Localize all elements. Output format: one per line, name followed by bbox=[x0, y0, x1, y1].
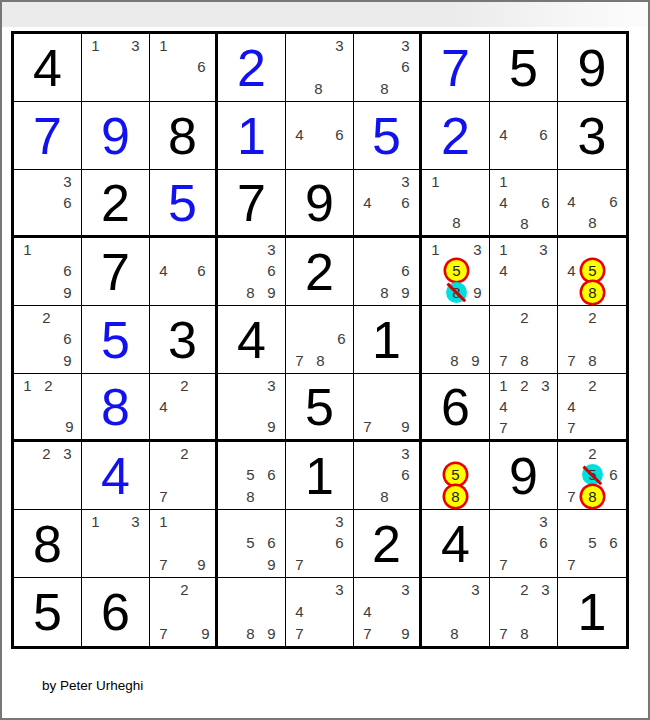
candidate-9: 9 bbox=[261, 623, 282, 644]
candidate-3: 3 bbox=[57, 171, 78, 192]
candidate-3: 3 bbox=[261, 375, 282, 396]
cell-r9c6[interactable]: 3479 bbox=[354, 578, 422, 646]
sudoku-page: 4131623836875979814652463362579346181468… bbox=[0, 0, 650, 720]
pencil-marks: 569 bbox=[218, 510, 285, 577]
cell-r4c8[interactable]: 134 bbox=[490, 238, 558, 306]
pm-slot: 4 bbox=[289, 124, 310, 145]
pm-slot: 2 bbox=[38, 375, 59, 396]
pm-slot: 3 bbox=[329, 511, 350, 532]
pm-slot: 4 bbox=[153, 396, 174, 417]
candidate-8: 8 bbox=[240, 282, 261, 303]
candidate-4: 4 bbox=[153, 396, 174, 417]
cell-r3c2[interactable]: 2 bbox=[82, 170, 150, 238]
pm-slot: 7 bbox=[357, 416, 378, 437]
cell-value-given: 7 bbox=[82, 238, 149, 305]
pm-slot: 7 bbox=[493, 554, 514, 575]
pm-slot: 1 bbox=[425, 171, 446, 192]
cell-r9c5[interactable]: 347 bbox=[286, 578, 354, 646]
candidate-2: 2 bbox=[582, 307, 603, 328]
pencil-marks: 367 bbox=[286, 510, 353, 577]
cell-r8c8[interactable]: 367 bbox=[490, 510, 558, 578]
candidate-2: 2 bbox=[514, 375, 535, 396]
pm-slot: 6 bbox=[261, 532, 282, 553]
cell-r4c9[interactable]: 458 bbox=[558, 238, 626, 306]
cell-r4c5[interactable]: 2 bbox=[286, 238, 354, 306]
pm-slot: 6 bbox=[603, 532, 624, 553]
cell-value-solved: 5 bbox=[354, 102, 419, 169]
candidate-2: 2 bbox=[582, 443, 603, 464]
candidate-9: 9 bbox=[57, 282, 78, 303]
pm-slot: 1 bbox=[153, 511, 174, 532]
candidate-4: 4 bbox=[357, 601, 378, 622]
candidate-8: 8 bbox=[514, 623, 535, 644]
candidate-8-yellow: 8 bbox=[582, 486, 603, 507]
pencil-marks: 39 bbox=[218, 374, 285, 439]
cell-r7c1[interactable]: 23 bbox=[14, 442, 82, 510]
pm-slot: 6 bbox=[57, 328, 78, 349]
candidate-6: 6 bbox=[57, 328, 78, 349]
pm-slot: 3 bbox=[261, 375, 282, 396]
pm-slot: 8 bbox=[444, 350, 465, 371]
candidate-7: 7 bbox=[357, 416, 378, 437]
pencil-marks: 458 bbox=[558, 238, 626, 305]
pm-slot: 3 bbox=[535, 579, 556, 601]
pm-slot: 3 bbox=[395, 35, 416, 56]
cell-r6c1[interactable]: 129 bbox=[14, 374, 82, 442]
cell-r7c4[interactable]: 568 bbox=[218, 442, 286, 510]
pencil-marks: 468 bbox=[558, 170, 626, 235]
candidate-8: 8 bbox=[374, 486, 395, 507]
pm-slot: 1 bbox=[493, 171, 514, 192]
pencil-marks: 38 bbox=[422, 578, 489, 646]
candidate-2: 2 bbox=[38, 375, 59, 396]
cell-r1c2[interactable]: 13 bbox=[82, 34, 150, 102]
cell-r7c2[interactable]: 4 bbox=[82, 442, 150, 510]
pencil-marks: 46 bbox=[490, 102, 557, 169]
pm-slot: 4 bbox=[153, 260, 174, 281]
pm-slot: 1 bbox=[493, 375, 514, 396]
candidate-3: 3 bbox=[533, 239, 554, 260]
candidate-7: 7 bbox=[561, 350, 582, 371]
candidate-9: 9 bbox=[261, 282, 282, 303]
pm-slot: 2 bbox=[514, 307, 535, 328]
pencil-marks: 129 bbox=[14, 374, 81, 439]
pm-slot: 3 bbox=[533, 511, 554, 532]
cell-value-given: 5 bbox=[490, 34, 557, 101]
cell-r8c2[interactable]: 13 bbox=[82, 510, 150, 578]
pencil-marks: 278 bbox=[490, 306, 557, 373]
cell-value-given: 9 bbox=[286, 170, 353, 235]
cell-r8c3[interactable]: 179 bbox=[150, 510, 218, 578]
cell-r6c9[interactable]: 247 bbox=[558, 374, 626, 442]
cell-r8c6[interactable]: 2 bbox=[354, 510, 422, 578]
pm-slot: 8 bbox=[240, 282, 261, 303]
pm-slot: 9 bbox=[467, 282, 488, 303]
pm-slot: 2 bbox=[174, 443, 195, 464]
cell-value-given: 7 bbox=[218, 170, 285, 235]
pm-slot: 9 bbox=[395, 282, 416, 303]
candidate-6: 6 bbox=[603, 532, 624, 553]
candidate-7: 7 bbox=[153, 486, 174, 507]
cell-r2c3[interactable]: 8 bbox=[150, 102, 218, 170]
candidate-6: 6 bbox=[395, 464, 416, 485]
candidate-4: 4 bbox=[493, 396, 514, 417]
cell-value-given: 2 bbox=[354, 510, 419, 577]
cell-r2c1[interactable]: 7 bbox=[14, 102, 82, 170]
cell-r7c7[interactable]: 58 bbox=[422, 442, 490, 510]
cell-r3c3[interactable]: 5 bbox=[150, 170, 218, 238]
cell-r8c7[interactable]: 4 bbox=[422, 510, 490, 578]
cell-value-given: 6 bbox=[82, 578, 149, 646]
cell-r6c7[interactable]: 6 bbox=[422, 374, 490, 442]
candidate-8: 8 bbox=[444, 350, 465, 371]
pm-slot: 3 bbox=[57, 443, 78, 464]
pencil-marks: 247 bbox=[558, 374, 626, 439]
candidate-3: 3 bbox=[125, 35, 146, 56]
candidate-8: 8 bbox=[514, 350, 535, 371]
cell-r5c5[interactable]: 678 bbox=[286, 306, 354, 374]
pm-slot: 6 bbox=[395, 260, 416, 281]
pm-slot: 5 bbox=[445, 464, 466, 485]
pm-slot: 5 bbox=[446, 260, 467, 281]
pm-slot: 4 bbox=[493, 260, 514, 281]
candidate-7: 7 bbox=[289, 350, 310, 371]
pencil-marks: 13 bbox=[82, 510, 149, 577]
cell-r2c9[interactable]: 3 bbox=[558, 102, 626, 170]
candidate-7: 7 bbox=[493, 417, 514, 438]
pm-slot: 6 bbox=[395, 192, 416, 213]
pencil-marks: 89 bbox=[218, 578, 285, 646]
cell-r5c7[interactable]: 89 bbox=[422, 306, 490, 374]
cell-value-solved: 1 bbox=[218, 102, 285, 169]
candidate-9: 9 bbox=[395, 416, 416, 437]
cell-r6c8[interactable]: 12347 bbox=[490, 374, 558, 442]
candidate-6: 6 bbox=[329, 124, 350, 145]
pm-slot: 5 bbox=[582, 260, 603, 281]
candidate-6: 6 bbox=[191, 260, 212, 281]
pencil-marks: 89 bbox=[422, 306, 489, 373]
candidate-8: 8 bbox=[308, 78, 329, 99]
pm-slot: 1 bbox=[493, 239, 514, 260]
cell-r6c6[interactable]: 79 bbox=[354, 374, 422, 442]
candidate-3: 3 bbox=[533, 511, 554, 532]
cell-value-given: 2 bbox=[286, 238, 353, 305]
pm-slot: 7 bbox=[289, 350, 310, 371]
pm-slot: 2 bbox=[36, 307, 57, 328]
pencil-marks: 16 bbox=[150, 34, 215, 101]
cell-r4c7[interactable]: 13589 bbox=[422, 238, 490, 306]
pm-slot: 2 bbox=[514, 579, 535, 601]
author-credit: by Peter Urheghi bbox=[42, 678, 143, 693]
candidate-6: 6 bbox=[261, 464, 282, 485]
cell-r5c6[interactable]: 1 bbox=[354, 306, 422, 374]
cell-r9c3[interactable]: 279 bbox=[150, 578, 218, 646]
pm-slot: 8 bbox=[444, 622, 465, 644]
candidate-2: 2 bbox=[514, 307, 535, 328]
pencil-marks: 367 bbox=[490, 510, 557, 577]
cell-value-given: 8 bbox=[14, 510, 81, 577]
pm-slot: 9 bbox=[57, 350, 78, 371]
cell-r8c4[interactable]: 569 bbox=[218, 510, 286, 578]
candidate-6: 6 bbox=[261, 260, 282, 281]
candidate-3: 3 bbox=[329, 579, 350, 600]
cell-r3c1[interactable]: 36 bbox=[14, 170, 82, 238]
pm-slot: 8 bbox=[582, 486, 603, 507]
cell-r3c4[interactable]: 7 bbox=[218, 170, 286, 238]
cell-r5c9[interactable]: 278 bbox=[558, 306, 626, 374]
pm-slot: 2 bbox=[174, 375, 195, 396]
header-bar bbox=[2, 2, 648, 27]
cell-r1c3[interactable]: 16 bbox=[150, 34, 218, 102]
pencil-marks: 46 bbox=[286, 102, 353, 169]
candidate-8: 8 bbox=[240, 486, 261, 507]
cell-r4c3[interactable]: 46 bbox=[150, 238, 218, 306]
pm-slot: 9 bbox=[191, 554, 212, 575]
pm-slot: 6 bbox=[57, 192, 78, 213]
cell-r1c8[interactable]: 5 bbox=[490, 34, 558, 102]
candidate-4: 4 bbox=[561, 260, 582, 281]
candidate-3: 3 bbox=[261, 239, 282, 260]
pm-slot: 5 bbox=[582, 464, 603, 485]
pm-slot: 1 bbox=[17, 375, 38, 396]
pm-slot: 8 bbox=[374, 282, 395, 303]
cell-r3c9[interactable]: 468 bbox=[558, 170, 626, 238]
pm-slot: 8 bbox=[582, 350, 603, 371]
candidate-8-cyan-strike: 8 bbox=[446, 282, 467, 303]
cell-value-given: 5 bbox=[14, 578, 81, 646]
cell-r1c4[interactable]: 2 bbox=[218, 34, 286, 102]
cell-r9c1[interactable]: 5 bbox=[14, 578, 82, 646]
pm-slot: 2 bbox=[582, 443, 603, 464]
cell-r6c3[interactable]: 24 bbox=[150, 374, 218, 442]
cell-r5c8[interactable]: 278 bbox=[490, 306, 558, 374]
cell-r2c2[interactable]: 9 bbox=[82, 102, 150, 170]
candidate-6: 6 bbox=[535, 192, 556, 213]
cell-r7c6[interactable]: 368 bbox=[354, 442, 422, 510]
candidate-6: 6 bbox=[57, 260, 78, 281]
pencil-marks: 347 bbox=[286, 578, 353, 646]
pm-slot: 6 bbox=[261, 260, 282, 281]
pm-slot: 5 bbox=[240, 532, 261, 553]
cell-r7c3[interactable]: 27 bbox=[150, 442, 218, 510]
candidate-6: 6 bbox=[329, 532, 350, 553]
pm-slot: 2 bbox=[514, 375, 535, 396]
cell-r8c1[interactable]: 8 bbox=[14, 510, 82, 578]
pencil-marks: 368 bbox=[354, 34, 419, 101]
pm-slot: 8 bbox=[308, 78, 329, 99]
pm-slot: 7 bbox=[153, 486, 174, 507]
candidate-6: 6 bbox=[533, 532, 554, 553]
cell-r6c5[interactable]: 5 bbox=[286, 374, 354, 442]
cell-value-solved: 8 bbox=[82, 374, 149, 439]
pm-slot: 8 bbox=[310, 350, 331, 371]
candidate-9: 9 bbox=[467, 282, 488, 303]
cell-r6c2[interactable]: 8 bbox=[82, 374, 150, 442]
cell-r5c2[interactable]: 5 bbox=[82, 306, 150, 374]
cell-r3c6[interactable]: 346 bbox=[354, 170, 422, 238]
cell-r2c8[interactable]: 46 bbox=[490, 102, 558, 170]
pm-slot: 4 bbox=[289, 601, 310, 623]
candidate-3: 3 bbox=[395, 579, 416, 600]
pencil-marks: 279 bbox=[150, 578, 215, 646]
pm-slot: 1 bbox=[85, 35, 106, 56]
candidate-3: 3 bbox=[395, 443, 416, 464]
cell-r9c9[interactable]: 1 bbox=[558, 578, 626, 646]
candidate-6: 6 bbox=[261, 532, 282, 553]
pm-slot: 8 bbox=[514, 350, 535, 371]
candidate-8: 8 bbox=[444, 623, 465, 644]
pm-slot: 8 bbox=[240, 622, 261, 644]
pm-slot: 6 bbox=[329, 532, 350, 553]
candidate-7: 7 bbox=[153, 554, 174, 575]
candidate-2: 2 bbox=[582, 375, 603, 396]
cell-r4c2[interactable]: 7 bbox=[82, 238, 150, 306]
candidate-1: 1 bbox=[85, 35, 106, 56]
pm-slot: 1 bbox=[153, 35, 174, 56]
cell-value-solved: 9 bbox=[82, 102, 149, 169]
pencil-marks: 13 bbox=[82, 34, 149, 101]
cell-r5c1[interactable]: 269 bbox=[14, 306, 82, 374]
candidate-3: 3 bbox=[535, 579, 556, 600]
cell-r1c7[interactable]: 7 bbox=[422, 34, 490, 102]
pm-slot: 6 bbox=[331, 328, 352, 349]
candidate-9: 9 bbox=[465, 350, 486, 371]
cell-value-given: 1 bbox=[354, 306, 419, 373]
cell-r4c1[interactable]: 169 bbox=[14, 238, 82, 306]
pm-slot: 6 bbox=[603, 464, 624, 485]
cell-value-given: 1 bbox=[286, 442, 353, 509]
pm-slot: 7 bbox=[153, 554, 174, 575]
candidate-1: 1 bbox=[85, 511, 106, 532]
pencil-marks: 134 bbox=[490, 238, 557, 305]
cell-r9c4[interactable]: 89 bbox=[218, 578, 286, 646]
pm-slot: 4 bbox=[493, 124, 514, 145]
pm-slot: 9 bbox=[395, 416, 416, 437]
cell-r9c7[interactable]: 38 bbox=[422, 578, 490, 646]
cell-r2c4[interactable]: 1 bbox=[218, 102, 286, 170]
candidate-5-yellow: 5 bbox=[582, 260, 603, 281]
candidate-9: 9 bbox=[195, 623, 216, 644]
candidate-3: 3 bbox=[465, 579, 486, 600]
pencil-marks: 568 bbox=[218, 442, 285, 509]
candidate-8-yellow: 8 bbox=[582, 282, 603, 303]
candidate-3: 3 bbox=[125, 511, 146, 532]
pm-slot: 6 bbox=[395, 464, 416, 485]
candidate-5-yellow: 5 bbox=[446, 260, 467, 281]
pm-slot: 7 bbox=[289, 554, 310, 575]
cell-r1c5[interactable]: 38 bbox=[286, 34, 354, 102]
candidate-4: 4 bbox=[493, 260, 514, 281]
pm-slot: 3 bbox=[261, 239, 282, 260]
pm-slot: 4 bbox=[561, 191, 582, 212]
pm-slot: 7 bbox=[561, 486, 582, 507]
cell-value-solved: 7 bbox=[14, 102, 81, 169]
candidate-8: 8 bbox=[374, 78, 395, 99]
pencil-marks: 179 bbox=[150, 510, 215, 577]
candidate-5: 5 bbox=[240, 532, 261, 553]
pm-slot: 9 bbox=[195, 622, 216, 644]
pm-slot: 7 bbox=[493, 622, 514, 644]
cell-r2c5[interactable]: 46 bbox=[286, 102, 354, 170]
cell-r6c4[interactable]: 39 bbox=[218, 374, 286, 442]
cell-r2c7[interactable]: 2 bbox=[422, 102, 490, 170]
pm-slot: 3 bbox=[467, 239, 488, 260]
cell-r2c6[interactable]: 5 bbox=[354, 102, 422, 170]
candidate-2: 2 bbox=[174, 579, 195, 600]
candidate-4: 4 bbox=[289, 124, 310, 145]
cell-r9c2[interactable]: 6 bbox=[82, 578, 150, 646]
pencil-marks: 36 bbox=[14, 170, 81, 235]
cell-r3c8[interactable]: 1468 bbox=[490, 170, 558, 238]
candidate-4: 4 bbox=[357, 192, 378, 213]
cell-value-given: 2 bbox=[82, 170, 149, 235]
cell-value-solved: 2 bbox=[422, 102, 489, 169]
pm-slot: 9 bbox=[261, 416, 282, 437]
cell-value-given: 4 bbox=[422, 510, 489, 577]
pm-slot: 7 bbox=[561, 350, 582, 371]
cell-r7c5[interactable]: 1 bbox=[286, 442, 354, 510]
pencil-marks: 12347 bbox=[490, 374, 557, 439]
cell-r8c9[interactable]: 567 bbox=[558, 510, 626, 578]
pm-slot: 2 bbox=[174, 579, 195, 601]
candidate-9: 9 bbox=[59, 416, 80, 437]
cell-r4c4[interactable]: 3689 bbox=[218, 238, 286, 306]
pencil-marks: 169 bbox=[14, 238, 81, 305]
cell-value-given: 4 bbox=[218, 306, 285, 373]
candidate-8: 8 bbox=[582, 350, 603, 371]
candidate-4: 4 bbox=[561, 396, 582, 417]
candidate-2: 2 bbox=[514, 579, 535, 600]
cell-value-solved: 4 bbox=[82, 442, 149, 509]
cell-r3c7[interactable]: 18 bbox=[422, 170, 490, 238]
pm-slot: 2 bbox=[582, 375, 603, 396]
cell-r8c5[interactable]: 367 bbox=[286, 510, 354, 578]
cell-r5c3[interactable]: 3 bbox=[150, 306, 218, 374]
pm-slot: 8 bbox=[582, 282, 603, 303]
cell-r1c1[interactable]: 4 bbox=[14, 34, 82, 102]
pm-slot: 8 bbox=[374, 78, 395, 99]
candidate-3: 3 bbox=[57, 443, 78, 464]
pm-slot: 3 bbox=[533, 239, 554, 260]
candidate-1: 1 bbox=[425, 171, 446, 192]
pm-slot: 4 bbox=[493, 396, 514, 417]
candidate-7: 7 bbox=[493, 554, 514, 575]
cell-r9c8[interactable]: 2378 bbox=[490, 578, 558, 646]
cell-r1c9[interactable]: 9 bbox=[558, 34, 626, 102]
pm-slot: 8 bbox=[374, 486, 395, 507]
cell-r7c8[interactable]: 9 bbox=[490, 442, 558, 510]
pencil-marks: 46 bbox=[150, 238, 215, 305]
cell-r7c9[interactable]: 25678 bbox=[558, 442, 626, 510]
pm-slot: 3 bbox=[465, 579, 486, 601]
candidate-7: 7 bbox=[289, 623, 310, 644]
candidate-7: 7 bbox=[153, 623, 174, 644]
candidate-2: 2 bbox=[174, 375, 195, 396]
pm-slot: 2 bbox=[582, 307, 603, 328]
candidate-8: 8 bbox=[240, 623, 261, 644]
pencil-marks: 689 bbox=[354, 238, 419, 305]
pencil-marks: 346 bbox=[354, 170, 419, 235]
pencil-marks: 13589 bbox=[422, 238, 489, 305]
cell-r4c6[interactable]: 689 bbox=[354, 238, 422, 306]
pm-slot: 6 bbox=[533, 124, 554, 145]
pm-slot: 1 bbox=[425, 239, 446, 260]
candidate-9: 9 bbox=[57, 350, 78, 371]
cell-r1c6[interactable]: 368 bbox=[354, 34, 422, 102]
sudoku-board: 4131623836875979814652463362579346181468… bbox=[11, 31, 629, 649]
cell-r3c5[interactable]: 9 bbox=[286, 170, 354, 238]
cell-r5c4[interactable]: 4 bbox=[218, 306, 286, 374]
